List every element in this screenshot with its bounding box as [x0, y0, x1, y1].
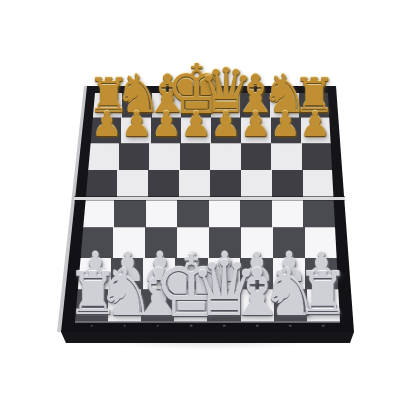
board-fold-hinge: [74, 196, 345, 201]
product-photo-page: ♜♞♝♚♛♝♞♜♟♟♟♟♟♟♟♟♟♟♟♟♟♟♟♟♜♞♝♚♛♝♞♜: [0, 0, 416, 416]
board-near-edge-highlight: [75, 321, 340, 323]
